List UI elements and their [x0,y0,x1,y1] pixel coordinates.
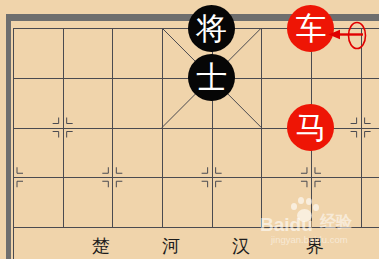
river-label-jie: 界 [306,237,324,255]
board-cell [113,79,163,129]
board-cell [362,129,379,179]
board-cell [14,178,64,228]
board-cell [14,29,64,79]
board-cell [163,178,213,228]
river-label-chu: 楚 [92,237,110,255]
board-cell [262,178,312,228]
river-label-he: 河 [162,237,180,255]
board-cell [113,29,163,79]
board-cell [64,29,114,79]
board-cell [362,29,379,79]
board-cell [14,129,64,179]
river-label-han: 汉 [232,237,250,255]
board-cell [14,79,64,129]
board-frame-left [6,14,11,259]
board-cell [362,178,379,228]
board-cell [213,129,263,179]
board-cell [163,129,213,179]
board-cell [312,178,362,228]
board-cell [213,178,263,228]
xiangqi-diagram: 将士车马 楚 河 汉 界 Baidu 经验 jingyan.baidu.com [0,0,379,259]
piece-black-general[interactable]: 将 [188,5,235,52]
board-cell [113,129,163,179]
river-area: 楚 河 汉 界 [13,227,379,259]
board-cell [64,129,114,179]
board-cell [64,79,114,129]
board-cell [362,79,379,129]
board-cell [64,178,114,228]
board-cell [113,178,163,228]
piece-red-chariot[interactable]: 车 [287,5,334,52]
